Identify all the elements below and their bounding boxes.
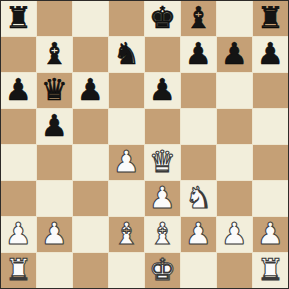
square-f8[interactable]: ♝ [181, 1, 216, 36]
square-g1[interactable] [217, 253, 252, 288]
white-knight-f3[interactable]: ♞ [185, 183, 212, 213]
square-h8[interactable]: ♜ [253, 1, 288, 36]
white-pawn-b2[interactable]: ♟ [41, 219, 68, 249]
square-a3[interactable] [1, 181, 36, 216]
square-f3[interactable]: ♞ [181, 181, 216, 216]
square-a7[interactable] [1, 37, 36, 72]
white-pawn-a2[interactable]: ♟ [5, 219, 32, 249]
square-e2[interactable]: ♝ [145, 217, 180, 252]
square-e7[interactable] [145, 37, 180, 72]
square-e8[interactable]: ♚ [145, 1, 180, 36]
black-queen-b6[interactable]: ♛ [41, 75, 68, 105]
white-bishop-e2[interactable]: ♝ [149, 219, 176, 249]
black-king-e8[interactable]: ♚ [149, 3, 176, 33]
square-h2[interactable]: ♟ [253, 217, 288, 252]
square-d1[interactable] [109, 253, 144, 288]
square-h6[interactable] [253, 73, 288, 108]
black-pawn-e6[interactable]: ♟ [149, 75, 176, 105]
square-b7[interactable]: ♝ [37, 37, 72, 72]
black-knight-d7[interactable]: ♞ [113, 39, 140, 69]
square-d4[interactable]: ♟ [109, 145, 144, 180]
white-king-e1[interactable]: ♚ [149, 255, 176, 285]
square-g8[interactable] [217, 1, 252, 36]
black-pawn-g7[interactable]: ♟ [221, 39, 248, 69]
square-b6[interactable]: ♛ [37, 73, 72, 108]
square-e1[interactable]: ♚ [145, 253, 180, 288]
square-c2[interactable] [73, 217, 108, 252]
square-d3[interactable] [109, 181, 144, 216]
square-h1[interactable]: ♜ [253, 253, 288, 288]
square-a1[interactable]: ♜ [1, 253, 36, 288]
black-pawn-c6[interactable]: ♟ [77, 75, 104, 105]
square-f4[interactable] [181, 145, 216, 180]
square-h3[interactable] [253, 181, 288, 216]
square-e4[interactable]: ♛ [145, 145, 180, 180]
square-g5[interactable] [217, 109, 252, 144]
white-pawn-e3[interactable]: ♟ [149, 183, 176, 213]
square-h5[interactable] [253, 109, 288, 144]
square-a8[interactable]: ♜ [1, 1, 36, 36]
square-c1[interactable] [73, 253, 108, 288]
black-pawn-a6[interactable]: ♟ [5, 75, 32, 105]
square-b1[interactable] [37, 253, 72, 288]
square-f7[interactable]: ♟ [181, 37, 216, 72]
black-pawn-b5[interactable]: ♟ [41, 111, 68, 141]
square-d2[interactable]: ♝ [109, 217, 144, 252]
square-b5[interactable]: ♟ [37, 109, 72, 144]
square-c8[interactable] [73, 1, 108, 36]
square-g3[interactable] [217, 181, 252, 216]
square-a2[interactable]: ♟ [1, 217, 36, 252]
square-f1[interactable] [181, 253, 216, 288]
black-rook-a8[interactable]: ♜ [5, 3, 32, 33]
square-c5[interactable] [73, 109, 108, 144]
square-c7[interactable] [73, 37, 108, 72]
square-a4[interactable] [1, 145, 36, 180]
black-bishop-b7[interactable]: ♝ [41, 39, 68, 69]
white-pawn-f2[interactable]: ♟ [185, 219, 212, 249]
black-rook-h8[interactable]: ♜ [257, 3, 284, 33]
white-rook-a1[interactable]: ♜ [5, 255, 32, 285]
square-b3[interactable] [37, 181, 72, 216]
white-pawn-h2[interactable]: ♟ [257, 219, 284, 249]
square-d7[interactable]: ♞ [109, 37, 144, 72]
square-d6[interactable] [109, 73, 144, 108]
square-a6[interactable]: ♟ [1, 73, 36, 108]
black-pawn-h7[interactable]: ♟ [257, 39, 284, 69]
white-pawn-g2[interactable]: ♟ [221, 219, 248, 249]
square-c3[interactable] [73, 181, 108, 216]
square-d8[interactable] [109, 1, 144, 36]
square-e3[interactable]: ♟ [145, 181, 180, 216]
square-f5[interactable] [181, 109, 216, 144]
square-c6[interactable]: ♟ [73, 73, 108, 108]
square-f6[interactable] [181, 73, 216, 108]
square-b4[interactable] [37, 145, 72, 180]
square-b8[interactable] [37, 1, 72, 36]
square-f2[interactable]: ♟ [181, 217, 216, 252]
square-g7[interactable]: ♟ [217, 37, 252, 72]
chess-board: ♜♚♝♜♝♞♟♟♟♟♛♟♟♟♟♛♟♞♟♟♝♝♟♟♟♜♚♜ [0, 0, 289, 289]
square-e6[interactable]: ♟ [145, 73, 180, 108]
white-queen-e4[interactable]: ♛ [149, 147, 176, 177]
white-rook-h1[interactable]: ♜ [257, 255, 284, 285]
square-e5[interactable] [145, 109, 180, 144]
square-a5[interactable] [1, 109, 36, 144]
square-h4[interactable] [253, 145, 288, 180]
square-h7[interactable]: ♟ [253, 37, 288, 72]
square-g4[interactable] [217, 145, 252, 180]
square-d5[interactable] [109, 109, 144, 144]
white-pawn-d4[interactable]: ♟ [113, 147, 140, 177]
square-g2[interactable]: ♟ [217, 217, 252, 252]
square-b2[interactable]: ♟ [37, 217, 72, 252]
white-bishop-d2[interactable]: ♝ [113, 219, 140, 249]
square-c4[interactable] [73, 145, 108, 180]
black-bishop-f8[interactable]: ♝ [185, 3, 212, 33]
black-pawn-f7[interactable]: ♟ [185, 39, 212, 69]
square-g6[interactable] [217, 73, 252, 108]
